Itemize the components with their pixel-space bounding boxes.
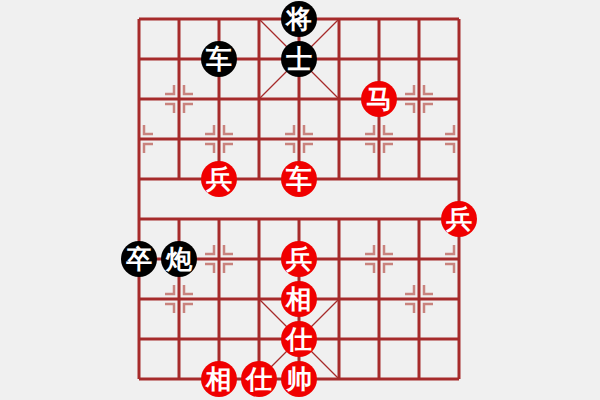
point-f3-r0[interactable]: [239, 0, 279, 39]
point-f1-r5[interactable]: [159, 199, 199, 239]
point-f5-r9[interactable]: [319, 359, 359, 399]
point-f7-r1[interactable]: [399, 39, 439, 79]
point-f6-r4[interactable]: [359, 159, 399, 199]
point-f2-r4[interactable]: 兵: [199, 159, 239, 199]
point-f6-r8[interactable]: [359, 319, 399, 359]
point-f0-r9[interactable]: [119, 359, 159, 399]
point-f5-r3[interactable]: [319, 119, 359, 159]
point-f3-r5[interactable]: [239, 199, 279, 239]
point-f0-r8[interactable]: [119, 319, 159, 359]
point-f6-r5[interactable]: [359, 199, 399, 239]
red-soldier[interactable]: 兵: [281, 241, 317, 277]
point-f4-r3[interactable]: [279, 119, 319, 159]
point-f1-r2[interactable]: [159, 79, 199, 119]
point-f8-r3[interactable]: [439, 119, 479, 159]
point-f8-r5[interactable]: 兵: [439, 199, 479, 239]
point-f7-r0[interactable]: [399, 0, 439, 39]
red-advisor[interactable]: 仕: [241, 361, 277, 397]
point-f5-r2[interactable]: [319, 79, 359, 119]
red-soldier[interactable]: 兵: [441, 201, 477, 237]
point-f7-r2[interactable]: [399, 79, 439, 119]
xiangqi-board-screen: 将车士马兵车兵卒炮兵相仕相仕帅: [0, 0, 600, 400]
point-f6-r9[interactable]: [359, 359, 399, 399]
point-f0-r6[interactable]: 卒: [119, 239, 159, 279]
red-advisor[interactable]: 仕: [281, 321, 317, 357]
black-chariot[interactable]: 车: [201, 41, 237, 77]
point-f2-r2[interactable]: [199, 79, 239, 119]
point-f7-r7[interactable]: [399, 279, 439, 319]
point-f0-r4[interactable]: [119, 159, 159, 199]
point-f1-r6[interactable]: 炮: [159, 239, 199, 279]
point-f6-r7[interactable]: [359, 279, 399, 319]
point-f8-r4[interactable]: [439, 159, 479, 199]
point-f0-r0[interactable]: [119, 0, 159, 39]
point-f4-r4[interactable]: 车: [279, 159, 319, 199]
point-f1-r0[interactable]: [159, 0, 199, 39]
point-f8-r2[interactable]: [439, 79, 479, 119]
point-f2-r8[interactable]: [199, 319, 239, 359]
point-f7-r8[interactable]: [399, 319, 439, 359]
black-advisor[interactable]: 士: [281, 41, 317, 77]
point-f4-r0[interactable]: 将: [279, 0, 319, 39]
black-soldier[interactable]: 卒: [121, 241, 157, 277]
point-f1-r1[interactable]: [159, 39, 199, 79]
point-f3-r9[interactable]: 仕: [239, 359, 279, 399]
point-f6-r0[interactable]: [359, 0, 399, 39]
black-cannon[interactable]: 炮: [161, 241, 197, 277]
point-f5-r7[interactable]: [319, 279, 359, 319]
point-f4-r6[interactable]: 兵: [279, 239, 319, 279]
point-f1-r3[interactable]: [159, 119, 199, 159]
point-f7-r6[interactable]: [399, 239, 439, 279]
point-f2-r7[interactable]: [199, 279, 239, 319]
red-soldier[interactable]: 兵: [201, 161, 237, 197]
point-f1-r8[interactable]: [159, 319, 199, 359]
point-f8-r0[interactable]: [439, 0, 479, 39]
point-f7-r9[interactable]: [399, 359, 439, 399]
point-f8-r6[interactable]: [439, 239, 479, 279]
point-f2-r3[interactable]: [199, 119, 239, 159]
point-f8-r8[interactable]: [439, 319, 479, 359]
point-f4-r9[interactable]: 帅: [279, 359, 319, 399]
point-f6-r2[interactable]: 马: [359, 79, 399, 119]
point-f3-r3[interactable]: [239, 119, 279, 159]
point-f3-r4[interactable]: [239, 159, 279, 199]
xiangqi-board: 将车士马兵车兵卒炮兵相仕相仕帅: [119, 0, 479, 399]
point-f7-r4[interactable]: [399, 159, 439, 199]
point-f8-r7[interactable]: [439, 279, 479, 319]
point-f8-r1[interactable]: [439, 39, 479, 79]
point-f0-r7[interactable]: [119, 279, 159, 319]
point-f3-r1[interactable]: [239, 39, 279, 79]
point-f2-r6[interactable]: [199, 239, 239, 279]
point-f0-r1[interactable]: [119, 39, 159, 79]
black-general[interactable]: 将: [281, 1, 317, 37]
point-f2-r9[interactable]: 相: [199, 359, 239, 399]
point-f6-r1[interactable]: [359, 39, 399, 79]
point-f3-r7[interactable]: [239, 279, 279, 319]
point-f6-r6[interactable]: [359, 239, 399, 279]
point-f4-r8[interactable]: 仕: [279, 319, 319, 359]
point-f5-r5[interactable]: [319, 199, 359, 239]
point-f2-r1[interactable]: 车: [199, 39, 239, 79]
point-f3-r8[interactable]: [239, 319, 279, 359]
red-horse[interactable]: 马: [361, 81, 397, 117]
point-f4-r7[interactable]: 相: [279, 279, 319, 319]
point-f5-r8[interactable]: [319, 319, 359, 359]
point-f1-r9[interactable]: [159, 359, 199, 399]
point-f2-r0[interactable]: [199, 0, 239, 39]
point-f5-r0[interactable]: [319, 0, 359, 39]
point-f7-r3[interactable]: [399, 119, 439, 159]
point-f8-r9[interactable]: [439, 359, 479, 399]
red-general[interactable]: 帅: [281, 361, 317, 397]
red-elephant[interactable]: 相: [201, 361, 237, 397]
point-f1-r7[interactable]: [159, 279, 199, 319]
point-f5-r6[interactable]: [319, 239, 359, 279]
point-f4-r1[interactable]: 士: [279, 39, 319, 79]
point-f1-r4[interactable]: [159, 159, 199, 199]
point-f2-r5[interactable]: [199, 199, 239, 239]
point-f4-r5[interactable]: [279, 199, 319, 239]
point-f0-r5[interactable]: [119, 199, 159, 239]
point-f5-r1[interactable]: [319, 39, 359, 79]
red-chariot[interactable]: 车: [281, 161, 317, 197]
point-f0-r2[interactable]: [119, 79, 159, 119]
point-f7-r5[interactable]: [399, 199, 439, 239]
point-f6-r3[interactable]: [359, 119, 399, 159]
point-f0-r3[interactable]: [119, 119, 159, 159]
point-f3-r2[interactable]: [239, 79, 279, 119]
point-f3-r6[interactable]: [239, 239, 279, 279]
point-f5-r4[interactable]: [319, 159, 359, 199]
point-f4-r2[interactable]: [279, 79, 319, 119]
red-elephant[interactable]: 相: [281, 281, 317, 317]
